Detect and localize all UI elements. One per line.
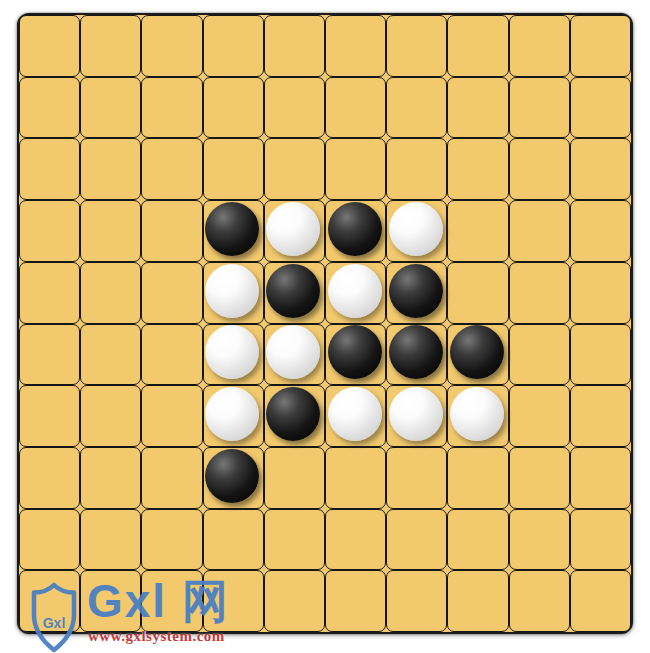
board-cell[interactable] <box>509 509 570 571</box>
board-cell[interactable] <box>325 570 386 632</box>
board-cell[interactable] <box>203 570 264 632</box>
board-cell[interactable] <box>264 77 325 139</box>
board-cell[interactable] <box>325 138 386 200</box>
board-cell[interactable] <box>203 447 264 509</box>
board-cell[interactable] <box>570 385 631 447</box>
black-stone <box>389 264 443 318</box>
board-cell[interactable] <box>80 570 141 632</box>
board-cell[interactable] <box>141 570 202 632</box>
board-cell[interactable] <box>447 447 508 509</box>
board-cell[interactable] <box>80 262 141 324</box>
board-cell[interactable] <box>141 324 202 386</box>
white-stone <box>328 387 382 441</box>
board-cell[interactable] <box>203 509 264 571</box>
board-cell[interactable] <box>19 77 80 139</box>
board-cell[interactable] <box>264 509 325 571</box>
board-cell[interactable] <box>447 570 508 632</box>
white-stone <box>205 387 259 441</box>
board-cell[interactable] <box>19 262 80 324</box>
board-cell[interactable] <box>509 262 570 324</box>
board-cell[interactable] <box>203 15 264 77</box>
board-cell[interactable] <box>19 447 80 509</box>
board-cell[interactable] <box>509 77 570 139</box>
board-cell[interactable] <box>386 262 447 324</box>
board-cell[interactable] <box>447 77 508 139</box>
board-cell[interactable] <box>386 200 447 262</box>
board-cell[interactable] <box>570 77 631 139</box>
board-cell[interactable] <box>141 509 202 571</box>
board-cell[interactable] <box>509 324 570 386</box>
board-cell[interactable] <box>447 15 508 77</box>
page: Gxl Gxl 网 www.gxlsystem.com <box>0 0 650 653</box>
board-cell[interactable] <box>80 447 141 509</box>
board-cell[interactable] <box>447 200 508 262</box>
board-cell[interactable] <box>80 324 141 386</box>
white-stone <box>205 264 259 318</box>
board-cell[interactable] <box>447 509 508 571</box>
board-cell[interactable] <box>80 77 141 139</box>
board-cell[interactable] <box>509 15 570 77</box>
board-cell[interactable] <box>141 15 202 77</box>
board-cell[interactable] <box>80 509 141 571</box>
board-cell[interactable] <box>19 385 80 447</box>
board-cell[interactable] <box>19 509 80 571</box>
board-cell[interactable] <box>509 385 570 447</box>
black-stone <box>266 387 320 441</box>
board-cell[interactable] <box>325 385 386 447</box>
board-cell[interactable] <box>264 447 325 509</box>
board-cell[interactable] <box>80 15 141 77</box>
white-stone <box>266 202 320 256</box>
board-cell[interactable] <box>570 570 631 632</box>
board-cell[interactable] <box>19 570 80 632</box>
board-cell[interactable] <box>386 509 447 571</box>
board-cell[interactable] <box>447 324 508 386</box>
board-cell[interactable] <box>141 447 202 509</box>
board-cell[interactable] <box>447 262 508 324</box>
board-cell[interactable] <box>386 570 447 632</box>
board-cell[interactable] <box>447 138 508 200</box>
board-cell[interactable] <box>141 385 202 447</box>
board-cell[interactable] <box>203 200 264 262</box>
board-cell[interactable] <box>570 15 631 77</box>
board-cell[interactable] <box>570 262 631 324</box>
board-cell[interactable] <box>19 15 80 77</box>
board-cell[interactable] <box>386 385 447 447</box>
board-cell[interactable] <box>264 385 325 447</box>
board-cell[interactable] <box>509 138 570 200</box>
board-cell[interactable] <box>264 200 325 262</box>
board-cell[interactable] <box>141 200 202 262</box>
game-board <box>17 13 633 634</box>
board-cell[interactable] <box>570 200 631 262</box>
black-stone <box>328 202 382 256</box>
board-cell[interactable] <box>509 200 570 262</box>
black-stone <box>450 325 504 379</box>
white-stone <box>450 387 504 441</box>
board-cell[interactable] <box>325 324 386 386</box>
board-cell[interactable] <box>509 447 570 509</box>
board-cell[interactable] <box>570 324 631 386</box>
board-cell[interactable] <box>203 138 264 200</box>
board-cell[interactable] <box>447 385 508 447</box>
black-stone <box>389 325 443 379</box>
board-cell[interactable] <box>325 15 386 77</box>
white-stone <box>205 325 259 379</box>
board-cell[interactable] <box>203 324 264 386</box>
board-cell[interactable] <box>80 200 141 262</box>
board-cell[interactable] <box>386 324 447 386</box>
board-cell[interactable] <box>570 447 631 509</box>
black-stone <box>205 202 259 256</box>
board-cell[interactable] <box>570 138 631 200</box>
board-cell[interactable] <box>325 509 386 571</box>
board-cell[interactable] <box>19 200 80 262</box>
board-cell[interactable] <box>386 77 447 139</box>
board-cell[interactable] <box>203 77 264 139</box>
board-cell[interactable] <box>264 570 325 632</box>
board-cell[interactable] <box>19 324 80 386</box>
board-cell[interactable] <box>264 138 325 200</box>
board-cell[interactable] <box>570 509 631 571</box>
board-cell[interactable] <box>203 262 264 324</box>
board-cell[interactable] <box>203 385 264 447</box>
board-cell[interactable] <box>141 262 202 324</box>
board-grid <box>19 15 631 632</box>
board-cell[interactable] <box>386 15 447 77</box>
white-stone <box>389 387 443 441</box>
board-cell[interactable] <box>264 324 325 386</box>
board-cell[interactable] <box>386 138 447 200</box>
board-cell[interactable] <box>325 200 386 262</box>
board-cell[interactable] <box>141 138 202 200</box>
board-cell[interactable] <box>386 447 447 509</box>
board-cell[interactable] <box>509 570 570 632</box>
board-cell[interactable] <box>325 262 386 324</box>
white-stone <box>266 325 320 379</box>
board-cell[interactable] <box>80 385 141 447</box>
board-cell[interactable] <box>141 77 202 139</box>
black-stone <box>328 325 382 379</box>
white-stone <box>328 264 382 318</box>
board-cell[interactable] <box>264 15 325 77</box>
board-cell[interactable] <box>19 138 80 200</box>
white-stone <box>389 202 443 256</box>
board-cell[interactable] <box>264 262 325 324</box>
board-cell[interactable] <box>325 77 386 139</box>
board-cell[interactable] <box>325 447 386 509</box>
black-stone <box>205 449 259 503</box>
board-cell[interactable] <box>80 138 141 200</box>
black-stone <box>266 264 320 318</box>
